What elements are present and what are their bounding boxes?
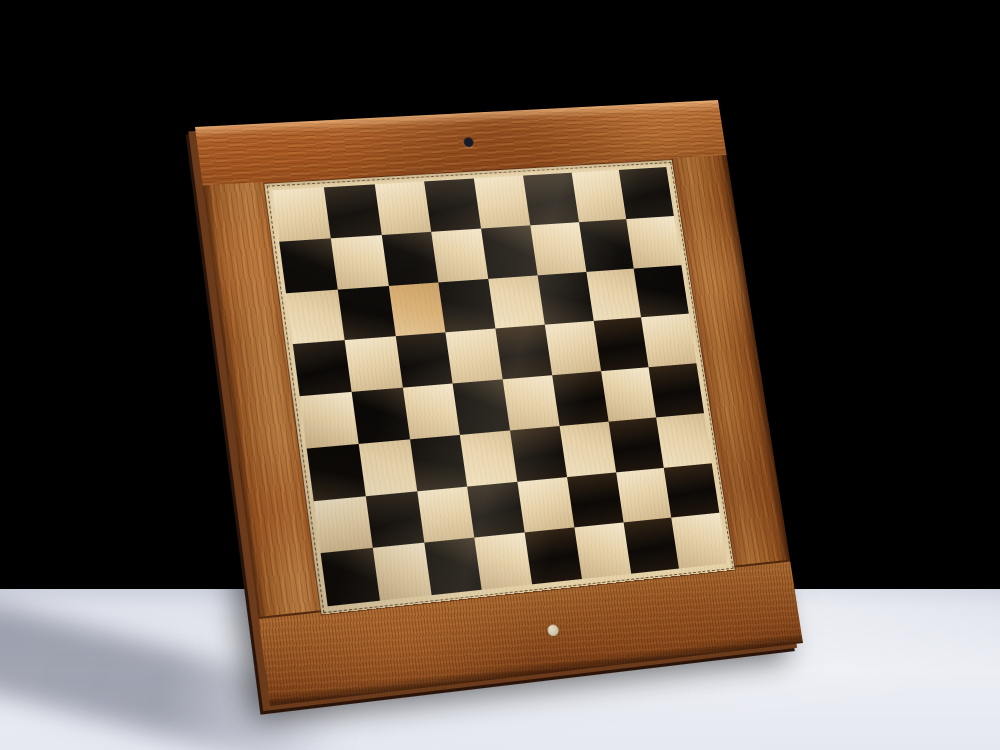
square-g2 xyxy=(616,467,672,522)
square-b4 xyxy=(351,388,409,444)
square-d8 xyxy=(424,178,481,231)
square-d4 xyxy=(453,379,510,434)
square-f4 xyxy=(552,371,608,426)
square-d5 xyxy=(446,329,503,384)
brass-inlay-dot xyxy=(547,624,559,636)
square-g3 xyxy=(608,417,664,472)
square-c4 xyxy=(402,383,460,439)
square-g7 xyxy=(578,219,633,272)
square-e6 xyxy=(488,275,544,329)
square-c8 xyxy=(374,181,431,234)
square-e1 xyxy=(525,528,582,585)
square-d6 xyxy=(439,278,496,332)
square-f8 xyxy=(523,173,579,225)
square-g5 xyxy=(593,317,649,371)
square-e5 xyxy=(495,325,552,379)
square-h4 xyxy=(649,363,704,417)
square-d7 xyxy=(431,228,488,282)
square-e4 xyxy=(503,375,560,430)
square-b2 xyxy=(365,491,423,548)
square-g4 xyxy=(601,367,657,421)
square-a5 xyxy=(293,340,352,396)
square-c7 xyxy=(381,232,438,286)
square-h6 xyxy=(634,265,689,318)
square-h7 xyxy=(626,216,681,268)
square-b6 xyxy=(337,286,395,341)
square-a1 xyxy=(321,548,380,606)
square-g8 xyxy=(571,170,626,222)
square-h1 xyxy=(672,513,728,569)
square-e2 xyxy=(517,477,574,533)
square-h3 xyxy=(656,413,711,467)
hanging-hole-dot xyxy=(463,137,474,147)
square-f7 xyxy=(530,222,586,275)
square-g6 xyxy=(586,268,641,321)
square-b5 xyxy=(344,336,402,391)
square-b3 xyxy=(358,439,416,496)
square-f5 xyxy=(545,321,601,375)
square-a4 xyxy=(300,392,359,448)
square-e7 xyxy=(481,225,537,278)
playing-area xyxy=(264,160,734,614)
photo-scene xyxy=(0,0,1000,750)
square-f1 xyxy=(574,523,631,579)
square-c2 xyxy=(417,486,475,543)
square-a2 xyxy=(314,496,373,554)
square-f3 xyxy=(559,421,615,476)
square-b8 xyxy=(324,184,382,238)
square-f6 xyxy=(537,271,593,324)
square-c5 xyxy=(395,333,453,388)
square-c3 xyxy=(410,435,468,491)
square-d2 xyxy=(467,481,524,537)
square-h2 xyxy=(664,463,719,518)
square-f2 xyxy=(567,472,623,528)
chess-board xyxy=(272,167,727,606)
square-a7 xyxy=(279,238,337,293)
square-h5 xyxy=(641,314,696,367)
square-b1 xyxy=(373,543,432,601)
square-a3 xyxy=(307,444,366,501)
square-c6 xyxy=(388,282,445,337)
square-b7 xyxy=(330,235,388,289)
square-e8 xyxy=(474,176,530,229)
square-a6 xyxy=(286,289,344,344)
chess-board-frame xyxy=(195,100,803,706)
square-d3 xyxy=(460,430,517,486)
square-a8 xyxy=(272,187,330,241)
square-e3 xyxy=(510,426,567,482)
square-h8 xyxy=(619,167,674,219)
square-d1 xyxy=(475,533,533,590)
square-g1 xyxy=(623,518,679,574)
square-c1 xyxy=(424,538,482,595)
